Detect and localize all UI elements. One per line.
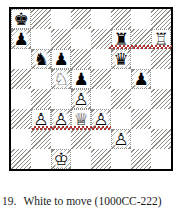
square-a8[interactable]: ♚ [11, 9, 31, 29]
chess-board-frame: ♚♟♜♖♞♟♛♘♟♟♙♙♙♕♙♙♔ [9, 7, 173, 171]
square-e6[interactable] [91, 49, 111, 69]
piece-black-king: ♚ [13, 9, 28, 29]
square-d8[interactable] [71, 9, 91, 29]
square-f2[interactable]: ♙ [111, 129, 131, 149]
square-b6[interactable]: ♞ [31, 49, 51, 69]
square-b2[interactable] [31, 129, 51, 149]
square-c5[interactable]: ♘ [51, 69, 71, 89]
piece-black-knight: ♞ [33, 49, 48, 69]
chess-board: ♚♟♜♖♞♟♛♘♟♟♙♙♙♕♙♙♔ [11, 9, 171, 169]
square-a7[interactable]: ♟ [11, 29, 31, 49]
square-g6[interactable] [131, 49, 151, 69]
square-e4[interactable] [91, 89, 111, 109]
piece-white-pawn: ♙ [73, 89, 88, 109]
square-e1[interactable] [91, 149, 111, 169]
square-f6[interactable]: ♛ [111, 49, 131, 69]
square-g4[interactable] [131, 89, 151, 109]
piece-black-pawn: ♟ [13, 29, 28, 49]
square-c7[interactable] [51, 29, 71, 49]
piece-black-pawn: ♟ [133, 69, 148, 89]
puzzle-number: 19. [2, 195, 16, 207]
square-b8[interactable] [31, 9, 51, 29]
square-g3[interactable] [131, 109, 151, 129]
square-a4[interactable] [11, 89, 31, 109]
square-h2[interactable] [151, 129, 171, 149]
square-h3[interactable] [151, 109, 171, 129]
square-b5[interactable] [31, 69, 51, 89]
square-d1[interactable] [71, 149, 91, 169]
square-d4[interactable]: ♙ [71, 89, 91, 109]
square-e7[interactable] [91, 29, 111, 49]
square-c8[interactable] [51, 9, 71, 29]
piece-white-king: ♔ [53, 149, 68, 169]
square-d6[interactable] [71, 49, 91, 69]
spellcheck-squiggle-rank7 [109, 45, 172, 49]
square-c4[interactable] [51, 89, 71, 109]
square-d7[interactable] [71, 29, 91, 49]
square-f5[interactable] [111, 69, 131, 89]
square-f3[interactable] [111, 109, 131, 129]
piece-white-pawn: ♙ [113, 129, 128, 149]
square-e2[interactable] [91, 129, 111, 149]
square-f1[interactable] [111, 149, 131, 169]
square-c6[interactable]: ♟ [51, 49, 71, 69]
square-g5[interactable]: ♟ [131, 69, 151, 89]
square-g1[interactable] [131, 149, 151, 169]
square-b1[interactable] [31, 149, 51, 169]
square-h6[interactable] [151, 49, 171, 69]
square-f4[interactable] [111, 89, 131, 109]
square-b7[interactable] [31, 29, 51, 49]
square-a5[interactable] [11, 69, 31, 89]
square-f8[interactable] [111, 9, 131, 29]
square-a1[interactable] [11, 149, 31, 169]
square-h5[interactable] [151, 69, 171, 89]
square-d2[interactable] [71, 129, 91, 149]
square-c1[interactable]: ♔ [51, 149, 71, 169]
square-a3[interactable] [11, 109, 31, 129]
square-e5[interactable] [91, 69, 111, 89]
square-a6[interactable] [11, 49, 31, 69]
diagram-caption: 19.White to move (1000CC-222) [2, 195, 162, 207]
square-e8[interactable] [91, 9, 111, 29]
square-g8[interactable] [131, 9, 151, 29]
square-a2[interactable] [11, 129, 31, 149]
piece-black-pawn: ♟ [53, 49, 68, 69]
spellcheck-squiggle-rank3 [32, 126, 111, 130]
square-b4[interactable] [31, 89, 51, 109]
square-g2[interactable] [131, 129, 151, 149]
square-h4[interactable] [151, 89, 171, 109]
piece-white-knight: ♘ [53, 69, 68, 89]
piece-black-pawn: ♟ [73, 69, 88, 89]
square-c2[interactable] [51, 129, 71, 149]
square-d5[interactable]: ♟ [71, 69, 91, 89]
square-h8[interactable] [151, 9, 171, 29]
piece-black-queen: ♛ [113, 49, 128, 69]
caption-text: White to move (1000CC-222) [23, 195, 161, 207]
square-h1[interactable] [151, 149, 171, 169]
